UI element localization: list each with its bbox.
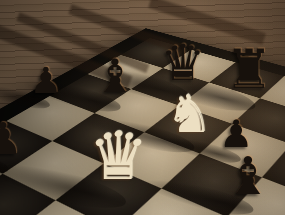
white-knight-e5[interactable]: ♞: [166, 88, 213, 140]
white-queen-e3[interactable]: ♛: [88, 124, 147, 190]
black-bishop-g4[interactable]: ♝: [225, 150, 272, 202]
black-pawn-b3[interactable]: ♟: [0, 117, 23, 161]
chess-scene: ♜♛♝♟♞♟♝♛♟: [0, 0, 285, 215]
black-rook-d8[interactable]: ♜: [225, 43, 273, 97]
black-pawn-a5[interactable]: ♟: [30, 63, 62, 99]
black-bishop-b6[interactable]: ♝: [94, 53, 135, 99]
black-queen-c7[interactable]: ♛: [161, 38, 206, 88]
